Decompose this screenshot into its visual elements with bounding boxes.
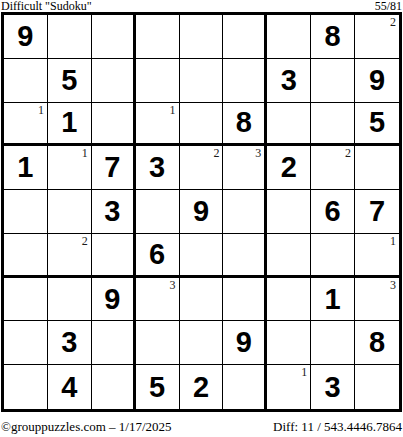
cell-r1c6[interactable]	[223, 15, 267, 59]
cell-r5c2[interactable]	[48, 190, 92, 234]
given-digit: 3	[281, 66, 297, 95]
given-digit: 5	[61, 66, 77, 95]
cell-r9c9[interactable]	[355, 365, 399, 409]
cell-r3c6[interactable]: 8	[223, 103, 267, 147]
given-digit: 9	[17, 22, 33, 51]
cell-r7c3[interactable]: 9	[92, 278, 136, 322]
cell-r3c9[interactable]: 5	[355, 103, 399, 147]
cell-r6c5[interactable]	[180, 234, 224, 278]
remaining-counter: 55/81	[375, 0, 402, 12]
cell-r3c8[interactable]	[311, 103, 355, 147]
given-digit: 1	[325, 285, 341, 314]
cell-r1c9[interactable]: 2	[355, 15, 399, 59]
pencil-mark: 3	[170, 278, 176, 292]
cell-r3c4[interactable]: 1	[136, 103, 180, 147]
cell-r8c5[interactable]	[180, 321, 224, 365]
given-digit: 9	[193, 197, 209, 226]
pencil-mark: 1	[301, 365, 307, 379]
page-footer: ©grouppuzzles.com – 1/17/2025 Diff: 11 /…	[0, 419, 403, 434]
given-digit: 5	[149, 373, 165, 402]
sudoku-page: Difficult "Sudoku" 55/81 982539111851173…	[0, 0, 403, 437]
cell-r1c5[interactable]	[180, 15, 224, 59]
given-digit: 2	[193, 373, 209, 402]
cell-r6c4[interactable]: 6	[136, 234, 180, 278]
given-digit: 8	[236, 108, 252, 137]
cell-r2c5[interactable]	[180, 59, 224, 103]
given-digit: 3	[149, 153, 165, 182]
cell-r5c4[interactable]	[136, 190, 180, 234]
cell-r8c2[interactable]: 3	[48, 321, 92, 365]
page-header: Difficult "Sudoku" 55/81	[0, 0, 403, 12]
cell-r6c7[interactable]	[267, 234, 311, 278]
cell-r7c4[interactable]: 3	[136, 278, 180, 322]
cell-r7c2[interactable]	[48, 278, 92, 322]
cell-r1c2[interactable]	[48, 15, 92, 59]
cell-r4c5[interactable]: 2	[180, 146, 224, 190]
cell-r9c4[interactable]: 5	[136, 365, 180, 409]
pencil-mark: 1	[82, 146, 88, 160]
pencil-mark: 2	[345, 146, 351, 160]
cell-r2c9[interactable]: 9	[355, 59, 399, 103]
cell-r5c3[interactable]: 3	[92, 190, 136, 234]
cell-r5c6[interactable]	[223, 190, 267, 234]
cell-r7c6[interactable]	[223, 278, 267, 322]
cell-r9c8[interactable]: 3	[311, 365, 355, 409]
sudoku-board: 98253911185117323223967261931339845213	[1, 12, 402, 412]
cell-r9c2[interactable]: 4	[48, 365, 92, 409]
cell-r3c2[interactable]: 1	[48, 103, 92, 147]
cell-r9c3[interactable]	[92, 365, 136, 409]
given-digit: 9	[104, 285, 120, 314]
pencil-mark: 3	[255, 146, 261, 160]
pencil-mark: 2	[390, 15, 396, 29]
cell-r7c9[interactable]: 3	[355, 278, 399, 322]
cell-r2c3[interactable]	[92, 59, 136, 103]
cell-r8c3[interactable]	[92, 321, 136, 365]
cell-r4c3[interactable]: 7	[92, 146, 136, 190]
given-digit: 6	[325, 197, 341, 226]
cell-r7c7[interactable]	[267, 278, 311, 322]
pencil-mark: 1	[390, 234, 396, 248]
cell-r3c3[interactable]	[92, 103, 136, 147]
cell-r9c6[interactable]	[223, 365, 267, 409]
cell-r9c1[interactable]	[4, 365, 48, 409]
cell-r6c9[interactable]: 1	[355, 234, 399, 278]
given-digit: 2	[281, 153, 297, 182]
given-digit: 3	[61, 328, 77, 357]
cell-r6c6[interactable]	[223, 234, 267, 278]
pencil-mark: 3	[390, 278, 396, 292]
given-digit: 3	[325, 373, 341, 402]
pencil-mark: 1	[38, 103, 44, 117]
page-title: Difficult "Sudoku"	[1, 0, 92, 12]
cell-r7c8[interactable]: 1	[311, 278, 355, 322]
cell-r4c1[interactable]: 1	[4, 146, 48, 190]
cell-r6c8[interactable]	[311, 234, 355, 278]
pencil-mark: 2	[82, 234, 88, 248]
given-digit: 9	[236, 328, 252, 357]
cell-r3c5[interactable]	[180, 103, 224, 147]
cell-r7c1[interactable]	[4, 278, 48, 322]
difficulty-text: Diff: 11 / 543.4446.7864	[273, 419, 402, 434]
cell-r2c2[interactable]: 5	[48, 59, 92, 103]
cell-r1c4[interactable]	[136, 15, 180, 59]
given-digit: 9	[369, 66, 385, 95]
given-digit: 7	[369, 197, 385, 226]
pencil-mark: 1	[170, 103, 176, 117]
cell-r5c7[interactable]	[267, 190, 311, 234]
cell-r4c4[interactable]: 3	[136, 146, 180, 190]
cell-r2c6[interactable]	[223, 59, 267, 103]
cell-r2c1[interactable]	[4, 59, 48, 103]
cell-r2c4[interactable]	[136, 59, 180, 103]
cell-r8c8[interactable]	[311, 321, 355, 365]
given-digit: 7	[104, 153, 120, 182]
cell-r8c1[interactable]	[4, 321, 48, 365]
cell-r4c8[interactable]: 2	[311, 146, 355, 190]
cell-r5c8[interactable]: 6	[311, 190, 355, 234]
given-digit: 1	[17, 153, 33, 182]
cell-r8c7[interactable]	[267, 321, 311, 365]
cell-r6c1[interactable]	[4, 234, 48, 278]
given-digit: 8	[325, 22, 341, 51]
cell-r4c2[interactable]: 1	[48, 146, 92, 190]
cell-r6c2[interactable]: 2	[48, 234, 92, 278]
given-digit: 4	[61, 373, 77, 402]
cell-r6c3[interactable]	[92, 234, 136, 278]
cell-r2c7[interactable]: 3	[267, 59, 311, 103]
cell-r9c5[interactable]: 2	[180, 365, 224, 409]
given-digit: 5	[369, 108, 385, 137]
pencil-mark: 2	[213, 146, 219, 160]
cell-r8c6[interactable]: 9	[223, 321, 267, 365]
cell-r4c6[interactable]: 3	[223, 146, 267, 190]
cell-r5c9[interactable]: 7	[355, 190, 399, 234]
given-digit: 6	[149, 240, 165, 269]
cell-r4c9[interactable]	[355, 146, 399, 190]
given-digit: 8	[369, 328, 385, 357]
cell-r8c9[interactable]: 8	[355, 321, 399, 365]
cell-r9c7[interactable]: 1	[267, 365, 311, 409]
given-digit: 3	[104, 197, 120, 226]
given-digit: 1	[61, 108, 77, 137]
cell-r2c8[interactable]	[311, 59, 355, 103]
cell-r5c5[interactable]: 9	[180, 190, 224, 234]
cell-r1c3[interactable]	[92, 15, 136, 59]
cell-r7c5[interactable]	[180, 278, 224, 322]
cell-r1c1[interactable]: 9	[4, 15, 48, 59]
cell-r1c8[interactable]: 8	[311, 15, 355, 59]
cell-r1c7[interactable]	[267, 15, 311, 59]
cell-r3c7[interactable]	[267, 103, 311, 147]
cell-r4c7[interactable]: 2	[267, 146, 311, 190]
copyright-text: ©grouppuzzles.com – 1/17/2025	[1, 419, 172, 434]
cell-r8c4[interactable]	[136, 321, 180, 365]
cell-r5c1[interactable]	[4, 190, 48, 234]
cell-r3c1[interactable]: 1	[4, 103, 48, 147]
